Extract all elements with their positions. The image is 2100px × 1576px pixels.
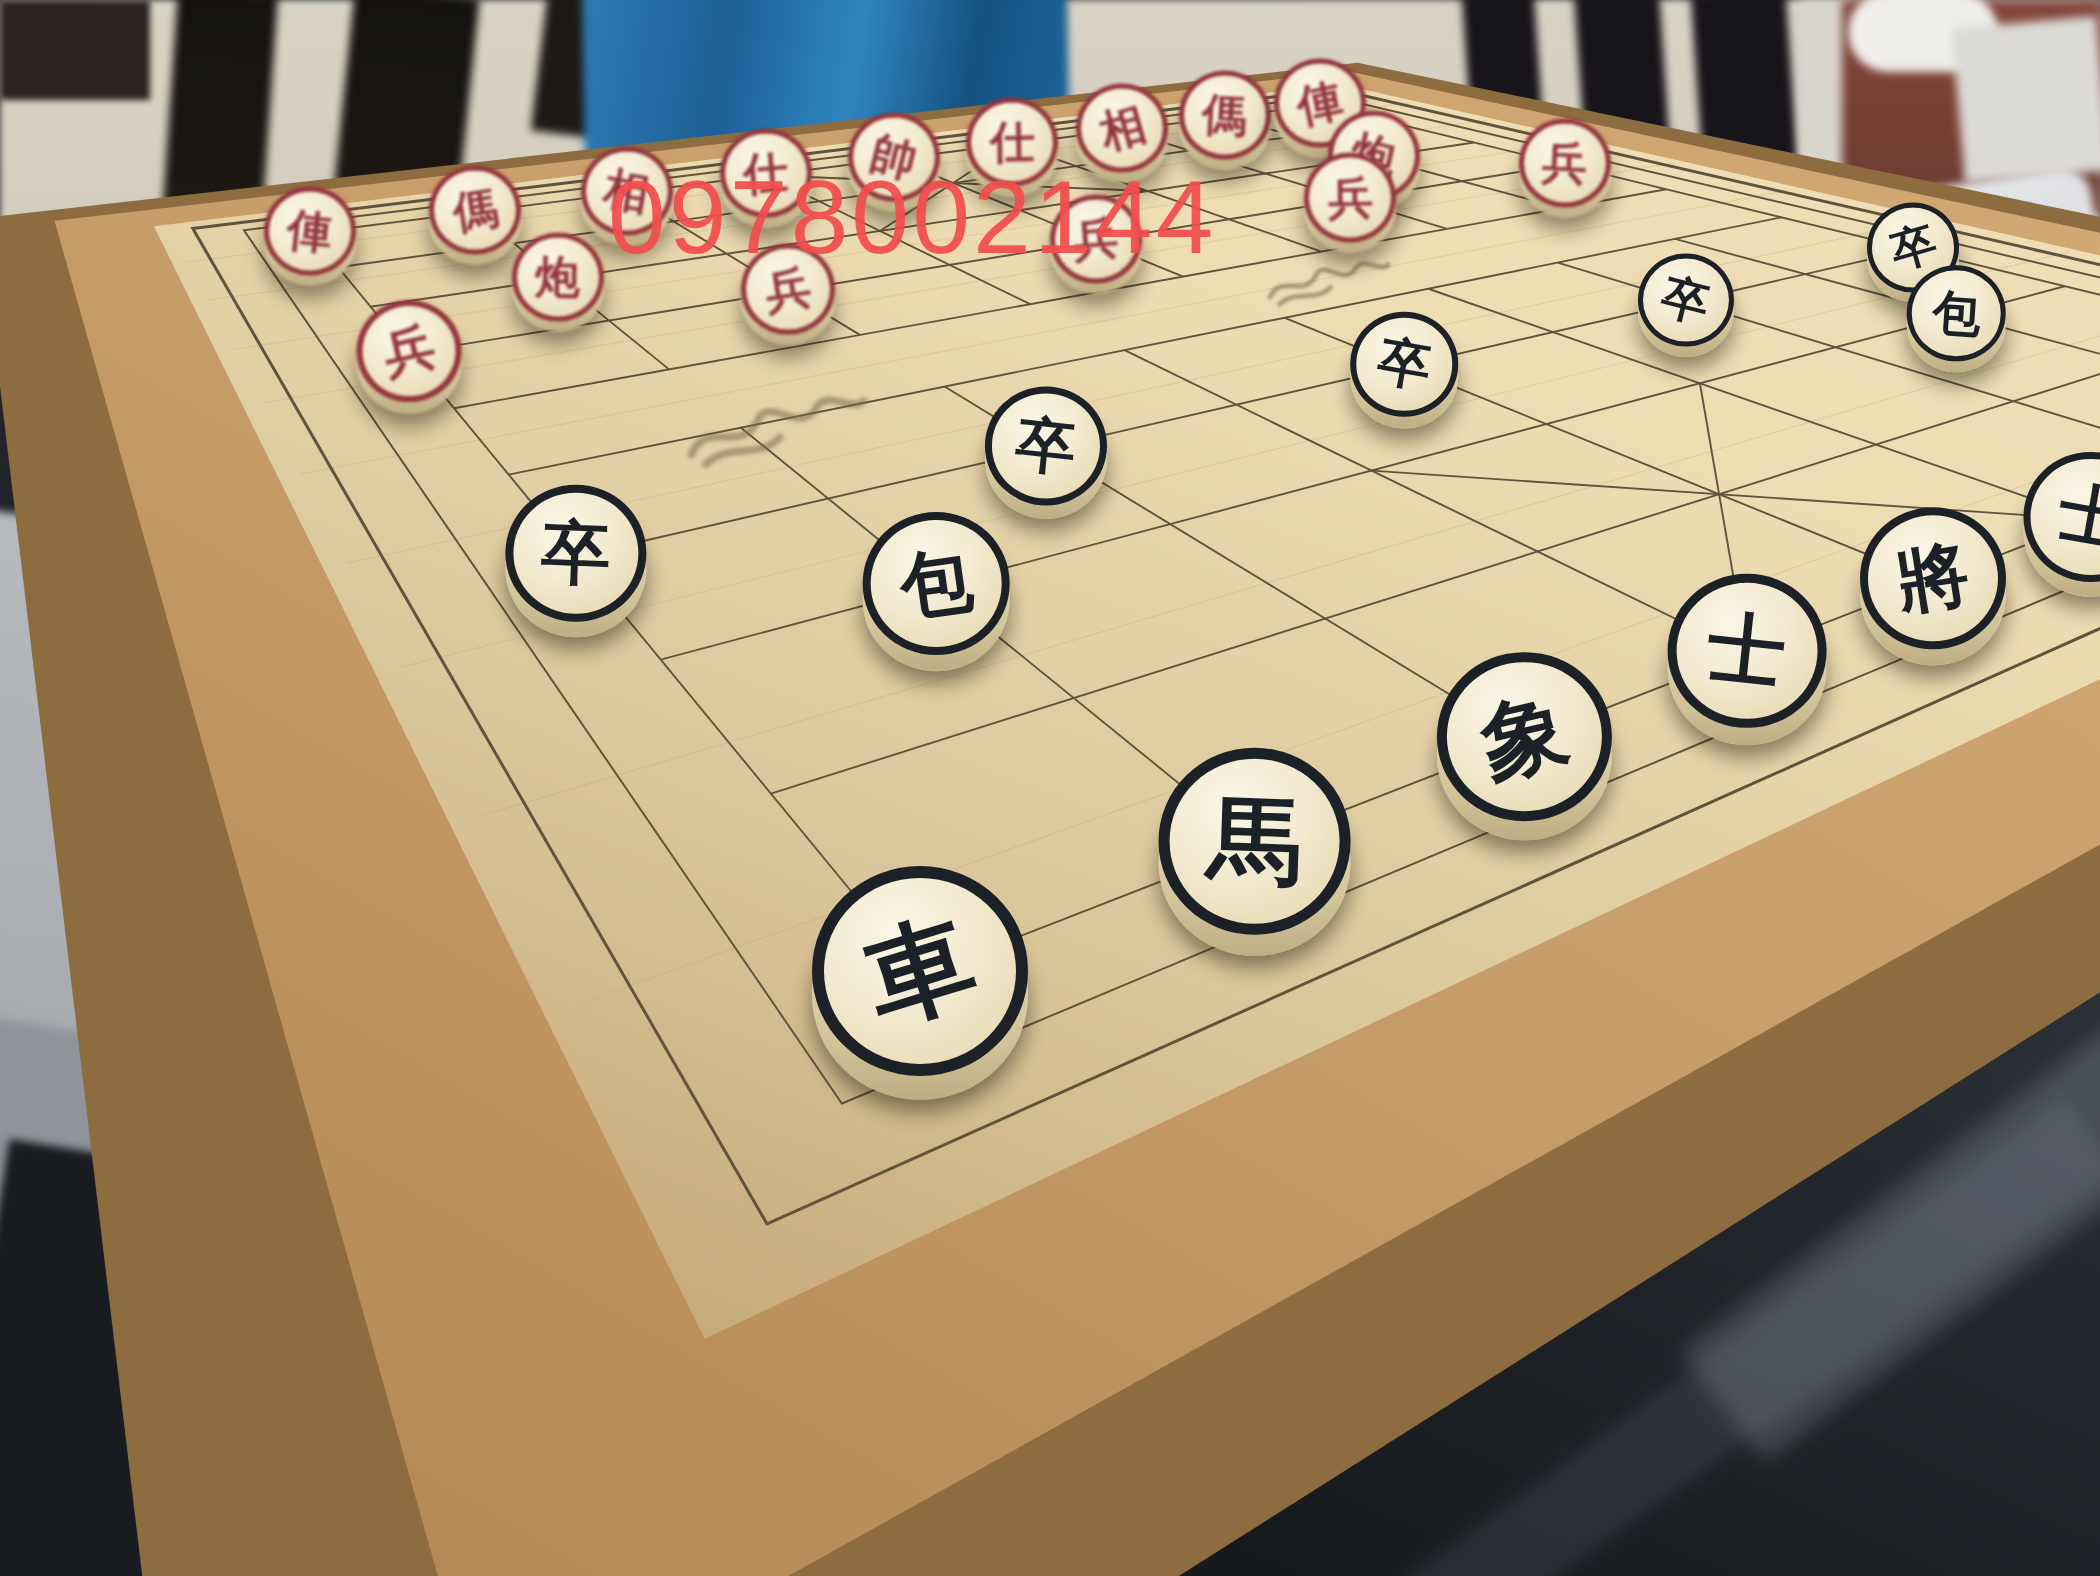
piece-black-soldier[interactable]: 卒 [1638, 253, 1734, 346]
piece-black-horse[interactable]: 馬 [1158, 748, 1351, 935]
glyph-soldier: 卒 [540, 518, 612, 590]
glyph-chariot: 俥 [285, 206, 335, 256]
piece-face: 象 [1437, 652, 1611, 821]
glyph-horse: 傌 [1201, 92, 1248, 139]
piece-face: 傌 [429, 166, 521, 255]
piece-red-chariot[interactable]: 俥 [264, 187, 356, 276]
piece-red-horse[interactable]: 傌 [1179, 71, 1271, 160]
watermark-phone-number: 0978002144 [608, 158, 1216, 277]
glyph-cannon: 包 [1931, 287, 1983, 339]
piece-black-elephant[interactable]: 象 [1437, 652, 1611, 821]
piece-black-advisor[interactable]: 士 [2024, 451, 2100, 582]
glyph-soldier: 兵 [1541, 139, 1588, 186]
piece-face: 馬 [1158, 748, 1351, 935]
glyph-advisor: 士 [1704, 608, 1790, 694]
piece-black-soldier[interactable]: 卒 [505, 485, 646, 622]
glyph-horse: 傌 [450, 184, 502, 236]
glyph-general: 將 [1892, 537, 1974, 619]
glyph-horse: 馬 [1206, 792, 1304, 890]
piece-face: 俥 [264, 187, 356, 276]
piece-face: 卒 [505, 485, 646, 622]
piece-face: 士 [1667, 573, 1826, 727]
piece-face: 將 [1860, 507, 2006, 649]
glyph-soldier: 卒 [1013, 413, 1079, 479]
piece-black-general[interactable]: 將 [1860, 507, 2006, 649]
glyph-soldier: 卒 [1374, 334, 1435, 395]
piece-face: 卒 [1638, 253, 1734, 346]
glyph-cannon: 炮 [535, 254, 581, 300]
piece-face: 卒 [985, 387, 1107, 505]
glyph-soldier: 卒 [1657, 271, 1714, 328]
piece-face: 包 [1907, 265, 2006, 361]
glyph-soldier: 兵 [378, 320, 440, 382]
glyph-elephant: 相 [1095, 100, 1151, 156]
glyph-soldier: 兵 [1327, 175, 1373, 221]
piece-red-soldier[interactable]: 兵 [356, 300, 461, 402]
piece-red-soldier[interactable]: 兵 [1304, 153, 1396, 242]
glyph-advisor: 士 [2053, 479, 2100, 556]
piece-black-cannon[interactable]: 包 [863, 512, 1010, 654]
piece-black-cannon[interactable]: 包 [1907, 265, 2006, 361]
piece-black-soldier[interactable]: 卒 [985, 387, 1107, 505]
piece-face: 卒 [1350, 312, 1458, 416]
piece-face: 兵 [356, 300, 461, 402]
piece-face: 包 [863, 512, 1010, 654]
piece-red-cannon[interactable]: 炮 [512, 233, 604, 322]
piece-black-soldier[interactable]: 卒 [1350, 312, 1458, 416]
piece-face: 兵 [1519, 118, 1611, 207]
glyph-chariot: 車 [854, 905, 986, 1037]
piece-face: 傌 [1179, 71, 1271, 160]
piece-face: 炮 [512, 233, 604, 322]
piece-red-soldier[interactable]: 兵 [1519, 118, 1611, 207]
piece-face: 車 [812, 866, 1028, 1076]
piece-face: 兵 [1304, 153, 1396, 242]
glyph-cannon: 包 [896, 543, 977, 624]
piece-black-chariot[interactable]: 車 [812, 866, 1028, 1076]
piece-black-advisor[interactable]: 士 [1667, 573, 1826, 727]
glyph-elephant: 象 [1473, 685, 1575, 787]
piece-red-horse[interactable]: 傌 [429, 166, 521, 255]
